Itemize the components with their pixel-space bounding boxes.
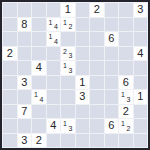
clue-number-top-left: 1 <box>121 91 125 98</box>
empty-cell-r1c7[interactable] <box>105 18 119 32</box>
clue-number-top-left: 1 <box>49 19 53 26</box>
clue-number: 4 <box>134 47 148 61</box>
clue-number: 8 <box>18 18 32 32</box>
clue-number: 7 <box>18 105 32 119</box>
empty-cell-r5c0[interactable] <box>3 76 17 90</box>
empty-cell-r7c2[interactable] <box>32 105 46 119</box>
empty-cell-r3c2[interactable] <box>32 47 46 61</box>
clue-number: 4 <box>47 119 61 133</box>
empty-cell-r9c5[interactable] <box>76 134 90 148</box>
empty-cell-r7c0[interactable] <box>3 105 17 119</box>
clue-number-bottom-right: 3 <box>69 67 73 74</box>
clue-cell-r0c9: 3 <box>134 3 148 17</box>
clue-cell-r5c1: 3 <box>18 76 32 90</box>
clue-number-bottom-right: 4 <box>40 96 44 103</box>
clue-cell-r2c7: 6 <box>105 32 119 46</box>
empty-cell-r1c8[interactable] <box>119 18 133 32</box>
clue-number-top-left: 1 <box>121 120 125 127</box>
clue-cell-r5c5: 1 <box>76 76 90 90</box>
empty-cell-r9c4[interactable] <box>61 134 75 148</box>
empty-cell-r8c6[interactable] <box>90 119 104 133</box>
empty-cell-r6c6[interactable] <box>90 90 104 104</box>
clue-cell-r8c8: 12 <box>119 119 133 133</box>
empty-cell-r4c9[interactable] <box>134 61 148 75</box>
empty-cell-r4c1[interactable] <box>18 61 32 75</box>
empty-cell-r8c9[interactable] <box>134 119 148 133</box>
empty-cell-r4c5[interactable] <box>76 61 90 75</box>
empty-cell-r2c9[interactable] <box>134 32 148 46</box>
clue-number: 1 <box>76 76 90 90</box>
clue-number-bottom-right: 4 <box>54 38 58 45</box>
empty-cell-r2c2[interactable] <box>32 32 46 46</box>
empty-cell-r2c8[interactable] <box>119 32 133 46</box>
clue-number: 3 <box>18 134 32 148</box>
empty-cell-r3c6[interactable] <box>90 47 104 61</box>
empty-cell-r6c7[interactable] <box>105 90 119 104</box>
empty-cell-r2c1[interactable] <box>18 32 32 46</box>
empty-cell-r7c3[interactable] <box>47 105 61 119</box>
empty-cell-r9c8[interactable] <box>119 134 133 148</box>
clue-number: 2 <box>3 47 17 61</box>
clue-number: 6 <box>119 76 133 90</box>
clue-number: 6 <box>105 32 119 46</box>
clue-cell-r8c3: 4 <box>47 119 61 133</box>
empty-cell-r6c0[interactable] <box>3 90 17 104</box>
clue-cell-r1c4: 12 <box>61 18 75 32</box>
empty-cell-r3c7[interactable] <box>105 47 119 61</box>
empty-cell-r5c7[interactable] <box>105 76 119 90</box>
empty-cell-r0c3[interactable] <box>47 3 61 17</box>
empty-cell-r0c2[interactable] <box>32 3 46 17</box>
clue-number: 1 <box>61 3 75 17</box>
empty-cell-r8c2[interactable] <box>32 119 46 133</box>
empty-cell-r9c7[interactable] <box>105 134 119 148</box>
empty-cell-r6c4[interactable] <box>61 90 75 104</box>
empty-cell-r5c4[interactable] <box>61 76 75 90</box>
clue-number-top-left: 1 <box>49 33 53 40</box>
clue-number-bottom-right: 3 <box>69 125 73 132</box>
clue-cell-r5c8: 6 <box>119 76 133 90</box>
empty-cell-r7c9[interactable] <box>134 105 148 119</box>
empty-cell-r2c5[interactable] <box>76 32 90 46</box>
clue-cell-r6c9: 1 <box>134 90 148 104</box>
clue-cell-r6c2: 14 <box>32 90 46 104</box>
clue-number-bottom-right: 3 <box>69 52 73 59</box>
clue-cell-r6c8: 13 <box>119 90 133 104</box>
empty-cell-r0c7[interactable] <box>105 3 119 17</box>
clue-number: 6 <box>105 119 119 133</box>
empty-cell-r5c6[interactable] <box>90 76 104 90</box>
clue-cell-r3c0: 2 <box>3 47 17 61</box>
clue-cell-r9c1: 3 <box>18 134 32 148</box>
clue-number: 1 <box>134 90 148 104</box>
clue-cell-r0c4: 1 <box>61 3 75 17</box>
empty-cell-r0c8[interactable] <box>119 3 133 17</box>
empty-cell-r7c4[interactable] <box>61 105 75 119</box>
clue-cell-r3c4: 23 <box>61 47 75 61</box>
clue-cell-r2c3: 14 <box>47 32 61 46</box>
empty-cell-r0c0[interactable] <box>3 3 17 17</box>
clue-number: 3 <box>76 90 90 104</box>
empty-cell-r4c6[interactable] <box>90 61 104 75</box>
empty-cell-r3c8[interactable] <box>119 47 133 61</box>
empty-cell-r9c3[interactable] <box>47 134 61 148</box>
clue-cell-r9c2: 2 <box>32 134 46 148</box>
tapa-board: 1238141214622344133161431317241361232 <box>0 0 150 150</box>
clue-cell-r0c6: 2 <box>90 3 104 17</box>
clue-number: 2 <box>32 134 46 148</box>
clue-number: 3 <box>18 76 32 90</box>
clue-number-bottom-right: 2 <box>127 125 131 132</box>
clue-number-bottom-right: 4 <box>54 23 58 30</box>
empty-cell-r5c2[interactable] <box>32 76 46 90</box>
empty-cell-r9c6[interactable] <box>90 134 104 148</box>
empty-cell-r2c0[interactable] <box>3 32 17 46</box>
empty-cell-r2c4[interactable] <box>61 32 75 46</box>
empty-cell-r8c1[interactable] <box>18 119 32 133</box>
clue-cell-r6c5: 3 <box>76 90 90 104</box>
empty-cell-r1c2[interactable] <box>32 18 46 32</box>
clue-number-bottom-right: 3 <box>127 96 131 103</box>
empty-cell-r0c1[interactable] <box>18 3 32 17</box>
clue-number-top-left: 1 <box>63 62 67 69</box>
empty-cell-r8c5[interactable] <box>76 119 90 133</box>
empty-cell-r7c7[interactable] <box>105 105 119 119</box>
clue-cell-r3c9: 4 <box>134 47 148 61</box>
empty-cell-r4c8[interactable] <box>119 61 133 75</box>
empty-cell-r3c1[interactable] <box>18 47 32 61</box>
empty-cell-r7c6[interactable] <box>90 105 104 119</box>
clue-cell-r1c3: 14 <box>47 18 61 32</box>
empty-cell-r4c3[interactable] <box>47 61 61 75</box>
empty-cell-r5c3[interactable] <box>47 76 61 90</box>
clue-number-bottom-right: 2 <box>69 23 73 30</box>
empty-cell-r0c5[interactable] <box>76 3 90 17</box>
empty-cell-r7c5[interactable] <box>76 105 90 119</box>
clue-number-top-left: 1 <box>63 19 67 26</box>
clue-number: 4 <box>32 61 46 75</box>
clue-number-top-left: 1 <box>34 91 38 98</box>
clue-cell-r7c1: 7 <box>18 105 32 119</box>
empty-cell-r1c5[interactable] <box>76 18 90 32</box>
clue-number: 3 <box>134 3 148 17</box>
empty-cell-r5c9[interactable] <box>134 76 148 90</box>
empty-cell-r1c0[interactable] <box>3 18 17 32</box>
empty-cell-r9c0[interactable] <box>3 134 17 148</box>
clue-cell-r7c8: 2 <box>119 105 133 119</box>
clue-cell-r4c2: 4 <box>32 61 46 75</box>
clue-number-top-left: 1 <box>63 120 67 127</box>
empty-cell-r8c0[interactable] <box>3 119 17 133</box>
empty-cell-r1c9[interactable] <box>134 18 148 32</box>
empty-cell-r1c6[interactable] <box>90 18 104 32</box>
empty-cell-r3c3[interactable] <box>47 47 61 61</box>
clue-cell-r1c1: 8 <box>18 18 32 32</box>
clue-cell-r8c7: 6 <box>105 119 119 133</box>
clue-cell-r8c4: 13 <box>61 119 75 133</box>
empty-cell-r6c1[interactable] <box>18 90 32 104</box>
empty-cell-r9c9[interactable] <box>134 134 148 148</box>
empty-cell-r6c3[interactable] <box>47 90 61 104</box>
clue-number: 2 <box>119 105 133 119</box>
empty-cell-r4c0[interactable] <box>3 61 17 75</box>
clue-number-top-left: 2 <box>63 48 67 55</box>
empty-cell-r2c6[interactable] <box>90 32 104 46</box>
empty-cell-r3c5[interactable] <box>76 47 90 61</box>
empty-cell-r4c7[interactable] <box>105 61 119 75</box>
clue-cell-r4c4: 13 <box>61 61 75 75</box>
clue-number: 2 <box>90 3 104 17</box>
